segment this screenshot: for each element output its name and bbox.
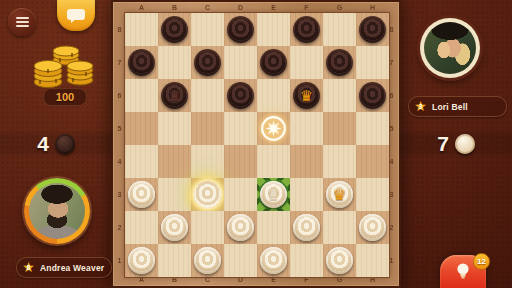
file-labels-top: ABCDEFGH (125, 3, 389, 12)
piece-white-man-E1[interactable] (260, 247, 287, 274)
menu-button[interactable] (8, 8, 36, 36)
square-B2[interactable] (158, 211, 191, 244)
board: ABCDEFGH ABCDEFGH 87654321 87654321 ♛♛♛♛ (111, 0, 401, 288)
piece-dark-king-B6[interactable]: ♛ (161, 82, 188, 109)
hamburger-menu-icon (16, 17, 29, 19)
square-H8[interactable] (356, 13, 389, 46)
square-E3[interactable]: ♛ (257, 178, 290, 211)
square-G7[interactable] (323, 46, 356, 79)
square-D1[interactable] (224, 244, 257, 277)
dark-piece-icon (55, 134, 75, 154)
square-C8[interactable] (191, 13, 224, 46)
square-C5[interactable] (191, 112, 224, 145)
square-B4[interactable] (158, 145, 191, 178)
gold-coins-icon (26, 38, 100, 90)
square-F2[interactable] (290, 211, 323, 244)
square-D8[interactable] (224, 13, 257, 46)
square-C4[interactable] (191, 145, 224, 178)
square-D3[interactable] (224, 178, 257, 211)
light-bulb-icon (456, 262, 470, 281)
piece-dark-man-H6[interactable] (359, 82, 386, 109)
white-piece-icon (455, 134, 475, 154)
avatar-photo-lori (424, 22, 476, 74)
hint-count-badge: 12 (473, 253, 490, 270)
square-C3[interactable] (191, 178, 224, 211)
square-G5[interactable] (323, 112, 356, 145)
piece-white-man-B2[interactable] (161, 214, 188, 241)
piece-dark-king-F6[interactable]: ♛ (293, 82, 320, 109)
square-F8[interactable] (290, 13, 323, 46)
square-H1[interactable] (356, 244, 389, 277)
level-star-lori: ★ 3 (413, 99, 428, 114)
piece-dark-man-D6[interactable] (227, 82, 254, 109)
piece-white-king-G3[interactable]: ♛ (326, 181, 353, 208)
speech-bubble-icon (66, 8, 86, 24)
square-E5[interactable] (257, 112, 290, 145)
player-pill-andrea: ★ 8 Andrea Weaver (16, 257, 112, 278)
square-D4[interactable] (224, 145, 257, 178)
piece-dark-man-C7[interactable] (194, 49, 221, 76)
square-D2[interactable] (224, 211, 257, 244)
piece-white-man-H2[interactable] (359, 214, 386, 241)
square-H5[interactable] (356, 112, 389, 145)
square-A1[interactable] (125, 244, 158, 277)
square-B1[interactable] (158, 244, 191, 277)
rank-labels-left: 87654321 (115, 13, 124, 277)
square-A7[interactable] (125, 46, 158, 79)
score-row-right: 7 (400, 129, 512, 158)
piece-white-man-C1[interactable] (194, 247, 221, 274)
piece-white-king-E3[interactable]: ♛ (260, 181, 287, 208)
coin-stacks[interactable] (26, 38, 100, 90)
square-B3[interactable] (158, 178, 191, 211)
square-F5[interactable] (290, 112, 323, 145)
square-D5[interactable] (224, 112, 257, 145)
square-A6[interactable] (125, 79, 158, 112)
square-B7[interactable] (158, 46, 191, 79)
square-G6[interactable] (323, 79, 356, 112)
piece-white-man-A1[interactable] (128, 247, 155, 274)
avatar-lori[interactable] (420, 18, 480, 78)
coin-balance[interactable]: 100 (43, 88, 87, 106)
square-G8[interactable] (323, 13, 356, 46)
level-value: 3 (413, 99, 428, 114)
square-D7[interactable] (224, 46, 257, 79)
square-C1[interactable] (191, 244, 224, 277)
square-H3[interactable] (356, 178, 389, 211)
piece-dark-man-A7[interactable] (128, 49, 155, 76)
crown-icon: ♛ (260, 181, 287, 208)
level-star-andrea: ★ 8 (21, 260, 36, 275)
chat-button[interactable] (57, 0, 95, 31)
square-E4[interactable] (257, 145, 290, 178)
player-name-andrea: Andrea Weaver (40, 263, 104, 273)
piece-dark-man-F8[interactable] (293, 16, 320, 43)
piece-white-man-D2[interactable] (227, 214, 254, 241)
square-H4[interactable] (356, 145, 389, 178)
square-B5[interactable] (158, 112, 191, 145)
crown-icon: ♛ (161, 82, 188, 109)
square-E7[interactable] (257, 46, 290, 79)
square-E2[interactable] (257, 211, 290, 244)
square-G4[interactable] (323, 145, 356, 178)
square-F3[interactable] (290, 178, 323, 211)
square-E6[interactable] (257, 79, 290, 112)
left-score-value: 4 (37, 132, 49, 156)
square-E8[interactable] (257, 13, 290, 46)
square-A2[interactable] (125, 211, 158, 244)
square-C6[interactable] (191, 79, 224, 112)
piece-dark-man-B8[interactable] (161, 16, 188, 43)
right-score-value: 7 (437, 132, 449, 156)
crown-icon: ♛ (326, 181, 353, 208)
piece-dark-man-E7[interactable] (260, 49, 287, 76)
piece-dark-man-D8[interactable] (227, 16, 254, 43)
square-H6[interactable] (356, 79, 389, 112)
square-G3[interactable]: ♛ (323, 178, 356, 211)
avatar-andrea[interactable] (24, 178, 90, 244)
piece-white-man-F2[interactable] (293, 214, 320, 241)
square-G2[interactable] (323, 211, 356, 244)
square-G1[interactable] (323, 244, 356, 277)
player-pill-lori: ★ 3 Lori Bell (408, 96, 507, 117)
square-B6[interactable]: ♛ (158, 79, 191, 112)
square-A3[interactable] (125, 178, 158, 211)
square-F7[interactable] (290, 46, 323, 79)
piece-dark-man-H8[interactable] (359, 16, 386, 43)
piece-white-man-A3[interactable] (128, 181, 155, 208)
square-H2[interactable] (356, 211, 389, 244)
crown-icon: ♛ (293, 82, 320, 109)
piece-white-man-G1[interactable] (326, 247, 353, 274)
piece-dark-man-G7[interactable] (326, 49, 353, 76)
square-H7[interactable] (356, 46, 389, 79)
square-A5[interactable] (125, 112, 158, 145)
square-E1[interactable] (257, 244, 290, 277)
square-F1[interactable] (290, 244, 323, 277)
square-F4[interactable] (290, 145, 323, 178)
player-name-lori: Lori Bell (432, 102, 468, 112)
square-C7[interactable] (191, 46, 224, 79)
square-A8[interactable] (125, 13, 158, 46)
piece-white-man-C3[interactable] (194, 181, 221, 208)
board-grid: ♛♛♛♛ (125, 13, 389, 277)
square-F6[interactable]: ♛ (290, 79, 323, 112)
square-A4[interactable] (125, 145, 158, 178)
square-B8[interactable] (158, 13, 191, 46)
square-C2[interactable] (191, 211, 224, 244)
score-row-left: 4 (0, 129, 112, 158)
level-value: 8 (21, 260, 36, 275)
sunburst-ornament-icon (258, 113, 289, 144)
avatar-photo-andrea (29, 183, 85, 239)
square-D6[interactable] (224, 79, 257, 112)
